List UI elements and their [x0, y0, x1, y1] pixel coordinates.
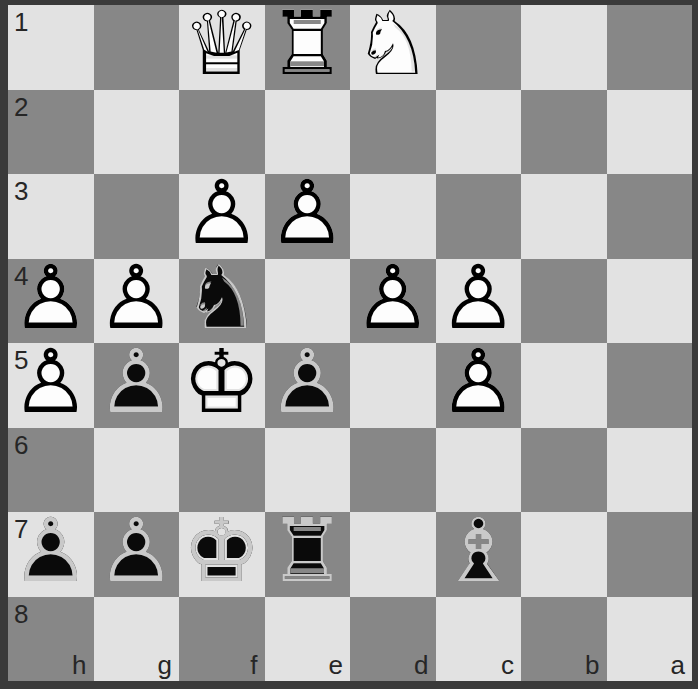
white-pawn-outline-glyph: ♙ — [436, 340, 522, 425]
black-pawn-outline-glyph: ♙ — [94, 340, 180, 425]
square-b3[interactable] — [521, 174, 607, 259]
white-rook-outline-glyph: ♖ — [265, 2, 351, 87]
square-h8[interactable]: 8h — [8, 597, 94, 682]
rank-label-3: 3 — [14, 178, 28, 204]
square-d6[interactable] — [350, 428, 436, 513]
white-pawn-piece[interactable]: ♟♙ — [436, 343, 522, 428]
square-a7[interactable] — [607, 512, 693, 597]
white-pawn-outline-glyph: ♙ — [436, 256, 522, 341]
white-pawn-piece[interactable]: ♟♙ — [265, 174, 351, 259]
square-c1[interactable] — [436, 5, 522, 90]
square-a6[interactable] — [607, 428, 693, 513]
square-h7[interactable]: 7♟♙ — [8, 512, 94, 597]
square-a5[interactable] — [607, 343, 693, 428]
chess-board: 1♛♕♜♖♞♘23♟♙♟♙4♟♙♟♙♞♘♟♙♟♙5♟♙♟♙♚♔♟♙♟♙67♟♙♟… — [8, 5, 692, 681]
square-h1[interactable]: 1 — [8, 5, 94, 90]
white-knight-outline-glyph: ♘ — [350, 2, 436, 87]
square-b6[interactable] — [521, 428, 607, 513]
square-f5[interactable]: ♚♔ — [179, 343, 265, 428]
white-king-piece[interactable]: ♚♔ — [179, 343, 265, 428]
white-pawn-piece[interactable]: ♟♙ — [350, 259, 436, 344]
black-bishop-piece[interactable]: ♝♗ — [436, 512, 522, 597]
square-g8[interactable]: g — [94, 597, 180, 682]
square-a4[interactable] — [607, 259, 693, 344]
file-label-h: h — [72, 652, 86, 678]
rank-label-2: 2 — [14, 94, 28, 120]
file-label-a: a — [671, 652, 685, 678]
black-king-outline-glyph: ♔ — [179, 509, 265, 594]
square-g1[interactable] — [94, 5, 180, 90]
square-e5[interactable]: ♟♙ — [265, 343, 351, 428]
square-d8[interactable]: d — [350, 597, 436, 682]
black-king-piece[interactable]: ♚♔ — [179, 512, 265, 597]
square-h5[interactable]: 5♟♙ — [8, 343, 94, 428]
file-label-b: b — [585, 652, 599, 678]
square-g7[interactable]: ♟♙ — [94, 512, 180, 597]
square-g5[interactable]: ♟♙ — [94, 343, 180, 428]
square-c5[interactable]: ♟♙ — [436, 343, 522, 428]
square-a8[interactable]: a — [607, 597, 693, 682]
rank-label-6: 6 — [14, 432, 28, 458]
square-c8[interactable]: c — [436, 597, 522, 682]
square-e1[interactable]: ♜♖ — [265, 5, 351, 90]
board-frame: 1♛♕♜♖♞♘23♟♙♟♙4♟♙♟♙♞♘♟♙♟♙5♟♙♟♙♚♔♟♙♟♙67♟♙♟… — [0, 0, 698, 689]
square-f1[interactable]: ♛♕ — [179, 5, 265, 90]
white-queen-outline-glyph: ♕ — [179, 2, 265, 87]
square-a2[interactable] — [607, 90, 693, 175]
black-pawn-piece[interactable]: ♟♙ — [8, 512, 94, 597]
white-rook-piece[interactable]: ♜♖ — [265, 5, 351, 90]
black-pawn-outline-glyph: ♙ — [8, 509, 94, 594]
square-c2[interactable] — [436, 90, 522, 175]
square-e7[interactable]: ♜♖ — [265, 512, 351, 597]
file-label-d: d — [414, 652, 428, 678]
square-b4[interactable] — [521, 259, 607, 344]
black-bishop-outline-glyph: ♗ — [436, 509, 522, 594]
rank-label-8: 8 — [14, 601, 28, 627]
square-e3[interactable]: ♟♙ — [265, 174, 351, 259]
black-pawn-outline-glyph: ♙ — [265, 340, 351, 425]
white-king-outline-glyph: ♔ — [179, 340, 265, 425]
white-pawn-outline-glyph: ♙ — [94, 256, 180, 341]
square-d7[interactable] — [350, 512, 436, 597]
square-b7[interactable] — [521, 512, 607, 597]
white-pawn-outline-glyph: ♙ — [179, 171, 265, 256]
black-pawn-outline-glyph: ♙ — [94, 509, 180, 594]
square-e8[interactable]: e — [265, 597, 351, 682]
file-label-e: e — [329, 652, 343, 678]
square-b2[interactable] — [521, 90, 607, 175]
square-a3[interactable] — [607, 174, 693, 259]
file-label-c: c — [501, 652, 514, 678]
black-knight-outline-glyph: ♘ — [179, 256, 265, 341]
white-knight-piece[interactable]: ♞♘ — [350, 5, 436, 90]
square-d5[interactable] — [350, 343, 436, 428]
file-label-g: g — [158, 652, 172, 678]
square-g2[interactable] — [94, 90, 180, 175]
square-d4[interactable]: ♟♙ — [350, 259, 436, 344]
square-a1[interactable] — [607, 5, 693, 90]
white-pawn-piece[interactable]: ♟♙ — [8, 343, 94, 428]
square-d2[interactable] — [350, 90, 436, 175]
black-pawn-piece[interactable]: ♟♙ — [265, 343, 351, 428]
black-pawn-piece[interactable]: ♟♙ — [94, 343, 180, 428]
black-rook-outline-glyph: ♖ — [265, 509, 351, 594]
square-d1[interactable]: ♞♘ — [350, 5, 436, 90]
square-h2[interactable]: 2 — [8, 90, 94, 175]
file-label-f: f — [250, 652, 257, 678]
white-pawn-outline-glyph: ♙ — [8, 256, 94, 341]
rank-label-1: 1 — [14, 9, 28, 35]
square-f8[interactable]: f — [179, 597, 265, 682]
white-pawn-outline-glyph: ♙ — [8, 340, 94, 425]
square-c7[interactable]: ♝♗ — [436, 512, 522, 597]
square-b1[interactable] — [521, 5, 607, 90]
white-queen-piece[interactable]: ♛♕ — [179, 5, 265, 90]
square-b5[interactable] — [521, 343, 607, 428]
square-b8[interactable]: b — [521, 597, 607, 682]
square-f7[interactable]: ♚♔ — [179, 512, 265, 597]
white-pawn-outline-glyph: ♙ — [350, 256, 436, 341]
white-pawn-outline-glyph: ♙ — [265, 171, 351, 256]
black-rook-piece[interactable]: ♜♖ — [265, 512, 351, 597]
black-pawn-piece[interactable]: ♟♙ — [94, 512, 180, 597]
